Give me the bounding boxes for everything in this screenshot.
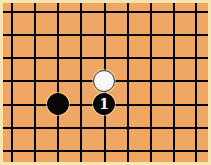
board-intersection: [116, 116, 139, 139]
board-intersection: [93, 116, 116, 139]
board-intersection: [139, 47, 162, 70]
board-intersection: [3, 47, 24, 70]
board-intersection: [70, 93, 93, 116]
board-intersection: [162, 116, 185, 139]
board-intersection: [139, 24, 162, 47]
board-intersection: [139, 139, 162, 162]
black-stone: 1: [93, 93, 115, 115]
board-intersection: [139, 3, 162, 24]
stone-label: 1: [99, 97, 109, 111]
board-intersection: [93, 3, 116, 24]
board-intersection: [70, 47, 93, 70]
board-intersection: [185, 139, 208, 162]
board-intersection: [3, 93, 24, 116]
board-intersection: [139, 116, 162, 139]
board-intersection: [3, 24, 24, 47]
board-intersection: [70, 70, 93, 93]
board-intersection: [185, 116, 208, 139]
board-intersection: [185, 70, 208, 93]
board-intersection: [162, 47, 185, 70]
board-intersection: [185, 24, 208, 47]
board-intersection: [116, 3, 139, 24]
board-intersection: [24, 70, 47, 93]
board-intersection: [116, 47, 139, 70]
board-intersection: [47, 47, 70, 70]
board-intersection: [185, 3, 208, 24]
board-intersection: [162, 24, 185, 47]
board-intersection: [47, 116, 70, 139]
board-intersection: [47, 3, 70, 24]
board-intersection: [162, 93, 185, 116]
board-intersection: [93, 139, 116, 162]
board-intersection: [139, 70, 162, 93]
board-intersection: [47, 70, 70, 93]
board-intersection: [24, 116, 47, 139]
board-intersection: [185, 47, 208, 70]
board-intersection: [3, 3, 24, 24]
board-intersection: [185, 93, 208, 116]
board-intersection: [116, 70, 139, 93]
board-intersection: [3, 70, 24, 93]
board-intersection: [116, 24, 139, 47]
board-intersection: [70, 116, 93, 139]
white-stone: [93, 70, 115, 92]
board-intersection: [162, 139, 185, 162]
board-intersection: [116, 139, 139, 162]
board-intersection: [24, 139, 47, 162]
board-intersection: [24, 93, 47, 116]
board-intersection: [24, 47, 47, 70]
board-intersection: [139, 93, 162, 116]
board-intersection: [24, 24, 47, 47]
go-board-grid: 1: [3, 3, 208, 162]
board-intersection: [162, 3, 185, 24]
board-intersection: [93, 70, 116, 93]
board-intersection: [3, 116, 24, 139]
board-intersection: [47, 24, 70, 47]
diagram-frame: 1: [0, 0, 211, 165]
black-stone: [47, 93, 69, 115]
board-intersection: [116, 93, 139, 116]
board-intersection: [3, 139, 24, 162]
board-intersection: [47, 139, 70, 162]
board-intersection: [70, 139, 93, 162]
board-intersection: [70, 3, 93, 24]
board-intersection: [162, 70, 185, 93]
board-intersection: 1: [93, 93, 116, 116]
board-intersection: [70, 24, 93, 47]
go-board: 1: [3, 3, 208, 162]
board-intersection: [93, 24, 116, 47]
board-intersection: [47, 93, 70, 116]
board-intersection: [24, 3, 47, 24]
board-intersection: [93, 47, 116, 70]
